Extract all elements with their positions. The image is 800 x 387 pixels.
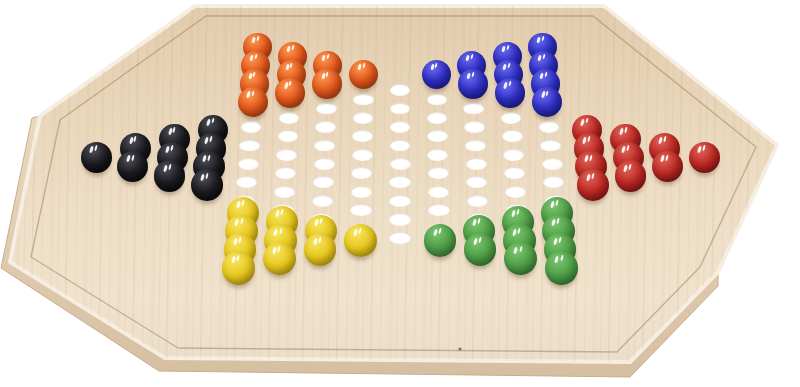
board-hole-empty[interactable] [465,140,486,152]
board-hole-empty[interactable] [316,103,336,115]
board-hole-empty[interactable] [504,167,525,179]
marble-highlight-glint [502,64,506,71]
marble-black[interactable] [191,169,223,201]
marble-black[interactable] [154,160,185,191]
marble-highlight-glint [248,73,252,80]
board-hole-empty[interactable] [501,112,522,124]
marble-blue[interactable] [458,69,488,99]
board-hole-empty[interactable] [463,103,483,115]
board-hole-empty[interactable] [427,94,447,106]
board-hole-empty[interactable] [390,140,411,152]
board-hole-empty[interactable] [236,176,257,188]
marble-highlight-glint [322,55,326,62]
marble-highlight-glint [251,90,254,96]
marble-highlight-glint [286,45,290,52]
board-hole-empty[interactable] [539,121,560,133]
marble-highlight-glint [697,146,702,153]
board-hole-empty[interactable] [466,158,487,170]
marble-green[interactable] [424,224,457,257]
marble-highlight-glint [587,136,591,142]
marble-black[interactable] [117,151,148,182]
marble-highlight-glint [580,119,584,126]
marble-highlight-glint [624,127,628,133]
marble-highlight-glint [275,210,280,218]
marble-highlight-glint [253,72,256,78]
marble-highlight-glint [280,209,284,215]
board-cells [0,0,800,387]
marble-blue[interactable] [495,78,525,108]
marble-highlight-glint [511,210,516,218]
marble-highlight-glint [94,145,98,151]
marble-highlight-glint [170,145,174,151]
board-hole-empty[interactable] [503,149,524,161]
marble-highlight-glint [512,228,517,236]
marble-highlight-glint [200,174,205,181]
board-hole-empty[interactable] [389,176,410,188]
marble-highlight-glint [466,55,470,62]
marble-highlight-glint [231,256,236,264]
marble-highlight-glint [555,200,559,206]
marble-highlight-glint [551,219,556,227]
marble-highlight-glint [211,118,215,124]
marble-red[interactable] [652,151,683,182]
board-hole-empty[interactable] [428,167,449,179]
marble-black[interactable] [81,142,112,173]
marble-highlight-glint [326,72,329,78]
marble-highlight-glint [435,63,438,69]
marble-yellow[interactable] [304,233,337,266]
marble-highlight-glint [536,36,540,43]
board-hole-empty[interactable] [466,176,487,188]
marble-green[interactable] [464,233,497,266]
board-hole-empty[interactable] [314,158,335,170]
marble-highlight-glint [478,237,482,243]
board-hole-empty[interactable] [428,204,450,216]
board-hole-empty[interactable] [505,186,526,198]
marble-highlight-glint [477,218,481,224]
marble-highlight-glint [163,164,168,171]
marble-highlight-glint [173,127,177,133]
marble-highlight-glint [544,72,547,78]
marble-highlight-glint [471,72,474,78]
marble-highlight-glint [560,255,564,261]
board-hole-empty[interactable] [502,130,523,142]
marble-highlight-glint [273,228,278,236]
board-hole-empty[interactable] [389,232,411,245]
marble-highlight-glint [658,137,663,144]
marble-orange[interactable] [312,69,342,99]
marble-highlight-glint [250,55,254,62]
board-hole-empty[interactable] [352,149,373,161]
board-hole-empty[interactable] [428,186,449,198]
board-hole-empty[interactable] [390,84,410,96]
marble-highlight-glint [585,118,589,124]
marble-highlight-glint [165,146,170,153]
marble-highlight-glint [702,145,706,151]
marble-highlight-glint [321,73,325,80]
marble-highlight-glint [205,173,209,179]
marble-highlight-glint [539,73,543,80]
marble-highlight-glint [236,201,241,209]
marble-highlight-glint [584,155,589,162]
marble-highlight-glint [516,209,520,215]
marble-highlight-glint [591,173,595,179]
marble-highlight-glint [353,228,358,236]
board-hole-empty[interactable] [274,186,295,198]
board-hole-empty[interactable] [315,121,336,133]
board-hole-empty[interactable] [351,186,372,198]
marble-yellow[interactable] [344,224,377,257]
marble-green[interactable] [545,251,578,284]
marble-highlight-glint [466,73,470,80]
marble-blue[interactable] [422,60,451,89]
marble-highlight-glint [256,36,259,42]
board-hole-empty[interactable] [390,121,411,133]
marble-yellow[interactable] [263,242,296,275]
marble-highlight-glint [501,45,505,52]
board-hole-empty[interactable] [467,195,488,207]
board-hole-empty[interactable] [238,158,259,170]
marble-highlight-glint [313,238,318,246]
marble-red[interactable] [689,142,720,173]
marble-highlight-glint [557,218,561,224]
marble-highlight-glint [542,54,545,60]
marble-highlight-glint [237,255,241,261]
marble-highlight-glint [131,154,135,160]
board-hole-empty[interactable] [427,130,448,142]
marble-highlight-glint [134,136,138,142]
marble-highlight-glint [357,64,361,71]
board-hole-empty[interactable] [353,112,374,124]
marble-highlight-glint [233,238,238,246]
marble-highlight-glint [629,163,633,169]
marble-highlight-glint [290,63,293,69]
marble-yellow[interactable] [222,251,255,284]
marble-highlight-glint [470,54,473,60]
marble-highlight-glint [513,247,518,255]
marble-green[interactable] [504,242,537,275]
marble-highlight-glint [242,200,246,206]
chinese-checkers-board-photo [0,0,800,387]
marble-highlight-glint [209,136,213,142]
marble-highlight-glint [433,228,438,236]
marble-highlight-glint [207,154,211,160]
marble-highlight-glint [285,64,289,71]
marble-red[interactable] [577,169,609,201]
marble-highlight-glint [663,136,667,142]
marble-highlight-glint [206,119,210,126]
board-hole-empty[interactable] [279,112,300,124]
board-hole-empty[interactable] [464,121,485,133]
board-hole-empty[interactable] [427,149,448,161]
marble-highlight-glint [589,154,593,160]
marble-highlight-glint [278,246,282,252]
marble-highlight-glint [254,54,257,60]
marble-highlight-glint [204,137,209,144]
marble-highlight-glint [538,55,542,62]
board-hole-empty[interactable] [389,213,411,225]
board-hole-empty[interactable] [314,140,335,152]
board-hole-empty[interactable] [352,130,373,142]
marble-blue[interactable] [532,87,562,117]
marble-highlight-glint [546,90,549,96]
marble-highlight-glint [554,256,559,264]
marble-highlight-glint [541,36,544,42]
marble-highlight-glint [358,227,362,233]
marble-highlight-glint [279,227,283,233]
board-hole-empty[interactable] [390,158,411,170]
board-hole-empty[interactable] [351,167,372,179]
marble-highlight-glint [126,155,131,162]
marble-highlight-glint [582,137,587,144]
marble-highlight-glint [284,82,288,89]
marble-highlight-glint [508,81,511,87]
marble-highlight-glint [553,238,558,246]
board-hole-empty[interactable] [542,158,563,170]
board-hole-empty[interactable] [543,176,564,188]
marble-highlight-glint [202,155,207,162]
board-hole-empty[interactable] [313,176,334,188]
marble-orange[interactable] [238,87,268,117]
board-hole-empty[interactable] [239,140,260,152]
marble-orange[interactable] [275,78,305,108]
marble-highlight-glint [519,246,523,252]
marble-highlight-glint [272,247,277,255]
marble-highlight-glint [473,238,478,246]
board-hole-empty[interactable] [278,130,299,142]
marble-highlight-glint [89,146,94,153]
marble-highlight-glint [246,91,250,98]
marble-highlight-glint [518,227,522,233]
marble-highlight-glint [291,45,294,51]
board-hole-empty[interactable] [312,195,333,207]
marble-highlight-glint [621,146,626,153]
marble-highlight-glint [314,219,319,227]
marble-highlight-glint [550,201,555,209]
marble-highlight-glint [240,218,244,224]
marble-highlight-glint [507,63,510,69]
marble-highlight-glint [251,36,255,43]
marble-highlight-glint [626,145,630,151]
marble-highlight-glint [326,54,329,60]
marble-highlight-glint [503,82,507,89]
marble-highlight-glint [168,163,172,169]
board-hole-empty[interactable] [276,149,297,161]
marble-highlight-glint [506,45,509,51]
marble-highlight-glint [362,63,365,69]
marble-highlight-glint [319,218,323,224]
marble-highlight-glint [318,237,322,243]
marble-highlight-glint [586,174,591,181]
marble-highlight-glint [666,154,670,160]
board-hole-empty[interactable] [540,140,561,152]
marble-highlight-glint [558,237,562,243]
marble-highlight-glint [289,81,292,87]
marble-highlight-glint [438,227,442,233]
marble-highlight-glint [238,237,242,243]
board-hole-empty[interactable] [427,112,448,124]
marble-orange[interactable] [349,60,378,89]
board-hole-empty[interactable] [390,103,410,115]
marble-highlight-glint [235,219,240,227]
board-hole-empty[interactable] [353,94,373,106]
board-hole-empty[interactable] [241,121,262,133]
marble-highlight-glint [472,219,477,227]
marble-highlight-glint [619,128,623,135]
marble-highlight-glint [430,64,434,71]
board-hole-empty[interactable] [350,204,372,216]
marble-red[interactable] [615,160,646,191]
marble-highlight-glint [541,91,545,98]
board-hole-empty[interactable] [389,195,410,207]
board-hole-empty[interactable] [275,167,296,179]
